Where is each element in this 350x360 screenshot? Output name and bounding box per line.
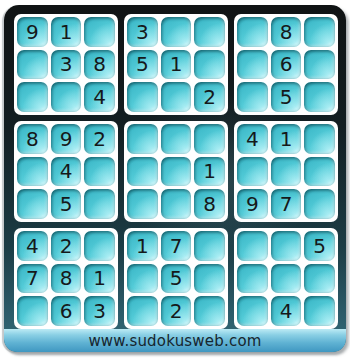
cell-r6c5[interactable] bbox=[161, 189, 192, 219]
cell-r3c3[interactable]: 4 bbox=[84, 82, 115, 112]
cell-r1c3[interactable] bbox=[84, 17, 115, 47]
cell-r7c1[interactable]: 4 bbox=[17, 231, 48, 261]
cell-r9c5[interactable]: 2 bbox=[161, 296, 192, 326]
cell-r4c8[interactable]: 1 bbox=[271, 124, 302, 154]
cell-r9c7[interactable] bbox=[237, 296, 268, 326]
cell-r5c3[interactable] bbox=[84, 157, 115, 187]
cell-r5c2[interactable]: 4 bbox=[51, 157, 82, 187]
cell-r4c9[interactable] bbox=[304, 124, 335, 154]
box-2-1: 89245 bbox=[14, 121, 118, 222]
cell-r9c6[interactable] bbox=[194, 296, 225, 326]
cell-r5c4[interactable] bbox=[127, 157, 158, 187]
footer-bar: www.sudokusweb.com bbox=[4, 329, 346, 352]
cell-r3c2[interactable] bbox=[51, 82, 82, 112]
cell-r2c6[interactable] bbox=[194, 50, 225, 80]
cell-r7c6[interactable] bbox=[194, 231, 225, 261]
cell-r3c8[interactable]: 5 bbox=[271, 82, 302, 112]
cell-r2c9[interactable] bbox=[304, 50, 335, 80]
cell-r9c1[interactable] bbox=[17, 296, 48, 326]
cell-r2c3[interactable]: 8 bbox=[84, 50, 115, 80]
cell-r1c8[interactable]: 8 bbox=[271, 17, 302, 47]
cell-r8c5[interactable]: 5 bbox=[161, 264, 192, 294]
cell-r3c4[interactable] bbox=[127, 82, 158, 112]
cell-r6c7[interactable]: 9 bbox=[237, 189, 268, 219]
cell-r7c3[interactable] bbox=[84, 231, 115, 261]
cell-r5c6[interactable]: 1 bbox=[194, 157, 225, 187]
box-2-2: 18 bbox=[124, 121, 228, 222]
cell-r4c5[interactable] bbox=[161, 124, 192, 154]
cell-r1c9[interactable] bbox=[304, 17, 335, 47]
cell-r5c5[interactable] bbox=[161, 157, 192, 187]
cell-r8c4[interactable] bbox=[127, 264, 158, 294]
cell-r4c3[interactable]: 2 bbox=[84, 124, 115, 154]
box-3-1: 4278163 bbox=[14, 228, 118, 329]
cell-r9c3[interactable]: 3 bbox=[84, 296, 115, 326]
cell-r9c9[interactable] bbox=[304, 296, 335, 326]
cell-r7c8[interactable] bbox=[271, 231, 302, 261]
box-3-3: 54 bbox=[234, 228, 338, 329]
cell-r2c2[interactable]: 3 bbox=[51, 50, 82, 80]
cell-r3c7[interactable] bbox=[237, 82, 268, 112]
box-3-2: 1752 bbox=[124, 228, 228, 329]
sudoku-board-frame: 913843512865892451841974278163175254 www… bbox=[4, 5, 346, 352]
cell-r8c2[interactable]: 8 bbox=[51, 264, 82, 294]
cell-r2c8[interactable]: 6 bbox=[271, 50, 302, 80]
cell-r1c5[interactable] bbox=[161, 17, 192, 47]
cell-r8c1[interactable]: 7 bbox=[17, 264, 48, 294]
cell-r8c8[interactable] bbox=[271, 264, 302, 294]
cell-r4c2[interactable]: 9 bbox=[51, 124, 82, 154]
cell-r4c4[interactable] bbox=[127, 124, 158, 154]
cell-r4c6[interactable] bbox=[194, 124, 225, 154]
sudoku-board: 913843512865892451841974278163175254 bbox=[14, 14, 338, 329]
cell-r6c1[interactable] bbox=[17, 189, 48, 219]
cell-r9c2[interactable]: 6 bbox=[51, 296, 82, 326]
cell-r7c9[interactable]: 5 bbox=[304, 231, 335, 261]
cell-r2c5[interactable]: 1 bbox=[161, 50, 192, 80]
cell-r7c4[interactable]: 1 bbox=[127, 231, 158, 261]
cell-r5c7[interactable] bbox=[237, 157, 268, 187]
cell-r3c1[interactable] bbox=[17, 82, 48, 112]
cell-r5c9[interactable] bbox=[304, 157, 335, 187]
cell-r6c2[interactable]: 5 bbox=[51, 189, 82, 219]
cell-r5c1[interactable] bbox=[17, 157, 48, 187]
cell-r6c3[interactable] bbox=[84, 189, 115, 219]
cell-r8c3[interactable]: 1 bbox=[84, 264, 115, 294]
cell-r1c7[interactable] bbox=[237, 17, 268, 47]
cell-r7c5[interactable]: 7 bbox=[161, 231, 192, 261]
box-1-3: 865 bbox=[234, 14, 338, 115]
cell-r6c6[interactable]: 8 bbox=[194, 189, 225, 219]
cell-r9c4[interactable] bbox=[127, 296, 158, 326]
cell-r6c9[interactable] bbox=[304, 189, 335, 219]
cell-r1c4[interactable]: 3 bbox=[127, 17, 158, 47]
cell-r1c6[interactable] bbox=[194, 17, 225, 47]
cell-r1c1[interactable]: 9 bbox=[17, 17, 48, 47]
cell-r7c2[interactable]: 2 bbox=[51, 231, 82, 261]
cell-r5c8[interactable] bbox=[271, 157, 302, 187]
cell-r3c9[interactable] bbox=[304, 82, 335, 112]
cell-r1c2[interactable]: 1 bbox=[51, 17, 82, 47]
cell-r3c6[interactable]: 2 bbox=[194, 82, 225, 112]
cell-r2c7[interactable] bbox=[237, 50, 268, 80]
cell-r2c1[interactable] bbox=[17, 50, 48, 80]
cell-r3c5[interactable] bbox=[161, 82, 192, 112]
box-1-2: 3512 bbox=[124, 14, 228, 115]
cell-r6c8[interactable]: 7 bbox=[271, 189, 302, 219]
box-1-1: 91384 bbox=[14, 14, 118, 115]
cell-r8c9[interactable] bbox=[304, 264, 335, 294]
website-link[interactable]: www.sudokusweb.com bbox=[88, 332, 261, 350]
cell-r9c8[interactable]: 4 bbox=[271, 296, 302, 326]
cell-r8c6[interactable] bbox=[194, 264, 225, 294]
cell-r6c4[interactable] bbox=[127, 189, 158, 219]
cell-r4c7[interactable]: 4 bbox=[237, 124, 268, 154]
cell-r2c4[interactable]: 5 bbox=[127, 50, 158, 80]
cell-r8c7[interactable] bbox=[237, 264, 268, 294]
cell-r7c7[interactable] bbox=[237, 231, 268, 261]
box-2-3: 4197 bbox=[234, 121, 338, 222]
cell-r4c1[interactable]: 8 bbox=[17, 124, 48, 154]
